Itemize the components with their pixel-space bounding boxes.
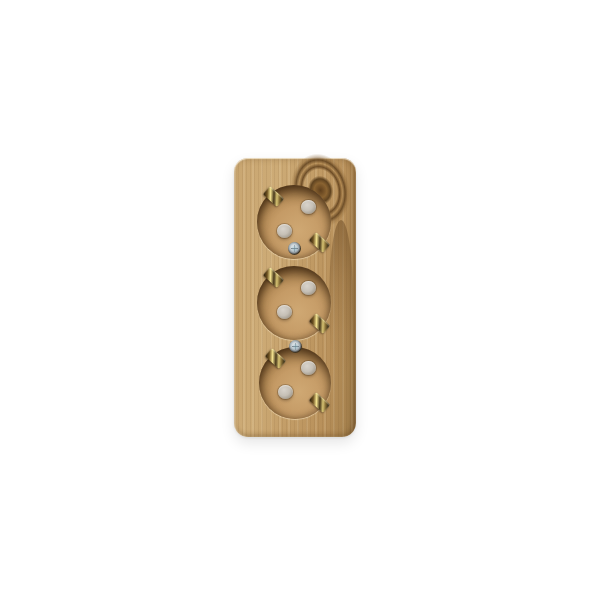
mounting-screw bbox=[288, 242, 301, 255]
earth-clip bbox=[309, 392, 330, 413]
earth-clip bbox=[265, 348, 286, 369]
pin-hole bbox=[301, 200, 316, 214]
pin-hole bbox=[277, 224, 292, 238]
pin-hole bbox=[301, 281, 316, 295]
pin-hole bbox=[301, 361, 316, 375]
earth-clip bbox=[263, 267, 284, 288]
product-photo bbox=[0, 0, 600, 600]
wood-grain-streak bbox=[329, 220, 353, 380]
mounting-screw bbox=[289, 340, 302, 353]
earth-clip bbox=[309, 232, 330, 253]
earth-clip bbox=[309, 313, 330, 334]
pin-hole bbox=[277, 305, 292, 319]
socket-bottom bbox=[259, 347, 331, 419]
socket-middle bbox=[257, 266, 331, 340]
earth-clip bbox=[263, 186, 284, 207]
pin-hole bbox=[278, 385, 293, 399]
socket-plate bbox=[234, 158, 356, 437]
